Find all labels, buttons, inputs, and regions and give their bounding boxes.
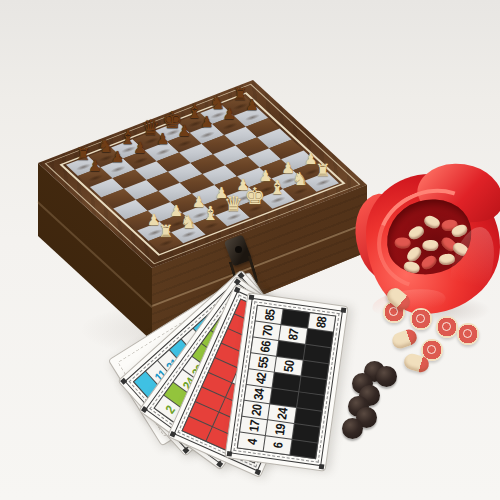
- card-number: 34: [250, 388, 266, 401]
- card-number: 50: [281, 360, 297, 373]
- card-number: 88: [314, 316, 330, 329]
- card-number: 70: [259, 324, 275, 337]
- card-number: 87: [285, 328, 301, 341]
- card-number: 4: [244, 438, 259, 446]
- checkers-chip: [376, 366, 397, 387]
- card-cell: 6: [264, 436, 291, 454]
- card-corner-mark: [227, 451, 233, 457]
- checkers-chip: [342, 418, 363, 439]
- lotto-card-black: 4172034425566708561924508788: [224, 292, 348, 472]
- card-number: 17: [246, 419, 262, 432]
- card-corner-mark: [255, 469, 262, 476]
- card-number: 2: [162, 403, 177, 416]
- card-number: 85: [262, 308, 278, 321]
- card-number: 55: [255, 356, 271, 369]
- red-pouch: [356, 168, 500, 320]
- lotto-keg: [457, 323, 479, 345]
- card-number: 24: [274, 407, 290, 420]
- product-photo-scene: ♜♞♝♛♚♝♞♜♟♟♟♟♟♟♟♟♟♟♟♟♟♟♟♟♜♞♝♛♚♝♞♜ 1121452…: [0, 0, 500, 500]
- card-corner-mark: [249, 294, 255, 300]
- card-corner-mark: [341, 307, 347, 313]
- card-cell: 4: [238, 433, 265, 451]
- card-corner-mark: [319, 464, 325, 470]
- lotto-keg: [436, 316, 458, 338]
- card-number: 66: [257, 340, 273, 353]
- card-number: 6: [270, 442, 285, 450]
- card-number: 42: [253, 372, 269, 385]
- card-corner-mark: [182, 447, 189, 454]
- card-number: 20: [248, 403, 264, 416]
- lotto-keg: [410, 308, 432, 330]
- card-corner-mark: [216, 461, 223, 468]
- card-cell: [290, 440, 317, 458]
- card-number: 19: [272, 423, 288, 436]
- card-corner-mark: [170, 431, 177, 438]
